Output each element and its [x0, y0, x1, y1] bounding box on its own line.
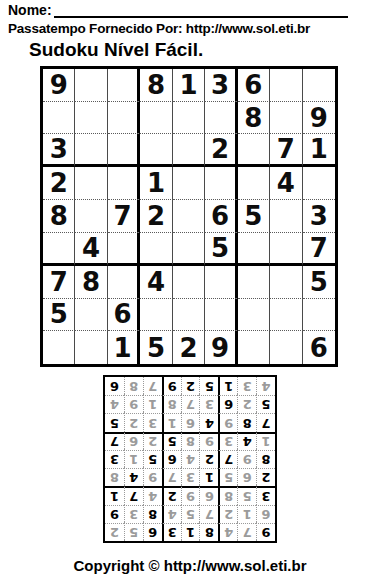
copyright-text: Copyright © http://www.sol.eti.br — [0, 557, 380, 574]
solution-cell-r3c6: 2 — [162, 486, 181, 504]
puzzle-cell-r4c4: 1 — [140, 167, 172, 200]
solution-cell-r5c6: 6 — [162, 450, 181, 468]
solution-cell-r2c3: 2 — [218, 505, 237, 523]
name-line: Nome: — [8, 2, 348, 18]
puzzle-cell-r7c4: 4 — [140, 266, 172, 299]
puzzle-cell-r9c9: 6 — [303, 331, 335, 364]
solution-cell-r9c9: 6 — [105, 377, 124, 395]
puzzle-cell-r4c6 — [205, 167, 237, 200]
puzzle-cell-r1c6: 3 — [205, 69, 237, 102]
solution-cell-r3c3: 8 — [218, 486, 237, 504]
puzzle-cell-r5c4: 2 — [140, 200, 172, 233]
solution-cell-r5c3: 7 — [218, 450, 237, 468]
puzzle-cell-r4c2 — [75, 167, 107, 200]
solution-cell-r4c8: 4 — [124, 468, 143, 486]
puzzle-cell-r3c1: 3 — [43, 134, 75, 167]
solution-cell-r9c4: 5 — [199, 377, 218, 395]
solution-cell-r9c3: 1 — [218, 377, 237, 395]
puzzle-cell-r3c5 — [173, 134, 205, 167]
solution-cell-r6c5: 8 — [181, 432, 200, 450]
solution-cell-r1c1: 9 — [256, 523, 275, 541]
solution-cell-r8c7: 1 — [143, 395, 162, 413]
puzzle-cell-r4c8: 4 — [270, 167, 302, 200]
solution-cell-r9c7: 7 — [143, 377, 162, 395]
solution-cell-r1c9: 2 — [105, 523, 124, 541]
solution-cell-r7c5: 6 — [181, 413, 200, 431]
puzzle-cell-r2c7: 8 — [238, 102, 270, 135]
puzzle-cell-r6c4 — [140, 233, 172, 266]
solution-cell-r5c8: 1 — [124, 450, 143, 468]
puzzle-cell-r1c5: 1 — [173, 69, 205, 102]
solution-cell-r4c1: 2 — [256, 468, 275, 486]
puzzle-cell-r3c4 — [140, 134, 172, 167]
solution-cell-r9c8: 8 — [124, 377, 143, 395]
solution-cell-r7c8: 2 — [124, 413, 143, 431]
puzzle-cell-r1c2 — [75, 69, 107, 102]
puzzle-cell-r9c5: 2 — [173, 331, 205, 364]
puzzle-cell-r6c6: 5 — [205, 233, 237, 266]
puzzle-cell-r8c8 — [270, 299, 302, 332]
solution-cell-r8c4: 3 — [199, 395, 218, 413]
puzzle-cell-r1c9 — [303, 69, 335, 102]
solution-cell-r5c9: 3 — [105, 450, 124, 468]
solution-cell-r3c2: 5 — [237, 486, 256, 504]
puzzle-cell-r5c1: 8 — [43, 200, 75, 233]
solution-cell-r8c5: 7 — [181, 395, 200, 413]
name-blank-line — [54, 3, 348, 18]
puzzle-cell-r9c8 — [270, 331, 302, 364]
puzzle-cell-r2c4 — [140, 102, 172, 135]
solution-cell-r4c2: 6 — [237, 468, 256, 486]
puzzle-cell-r2c3 — [108, 102, 140, 135]
solution-cell-r4c9: 8 — [105, 468, 124, 486]
puzzle-cell-r3c6: 2 — [205, 134, 237, 167]
puzzle-cell-r6c2: 4 — [75, 233, 107, 266]
puzzle-cell-r2c8 — [270, 102, 302, 135]
solution-cell-r5c1: 8 — [256, 450, 275, 468]
puzzle-cell-r1c8 — [270, 69, 302, 102]
puzzle-cell-r9c4: 5 — [140, 331, 172, 364]
puzzle-cell-r8c6 — [205, 299, 237, 332]
solution-cell-r1c5: 1 — [181, 523, 200, 541]
puzzle-cell-r3c3 — [108, 134, 140, 167]
puzzle-cell-r5c6: 6 — [205, 200, 237, 233]
puzzle-cell-r9c3: 1 — [108, 331, 140, 364]
puzzle-cell-r4c5 — [173, 167, 205, 200]
solution-cell-r6c8: 6 — [124, 432, 143, 450]
puzzle-cell-r6c5 — [173, 233, 205, 266]
puzzle-cell-r8c7 — [238, 299, 270, 332]
puzzle-cell-r2c5 — [173, 102, 205, 135]
puzzle-cell-r4c9 — [303, 167, 335, 200]
puzzle-cell-r3c8: 7 — [270, 134, 302, 167]
puzzle-cell-r2c9: 9 — [303, 102, 335, 135]
puzzle-cell-r6c7 — [238, 233, 270, 266]
puzzle-cell-r7c8 — [270, 266, 302, 299]
solution-cell-r3c5: 9 — [181, 486, 200, 504]
solution-cell-r6c1: 1 — [256, 432, 275, 450]
solution-cell-r1c4: 8 — [199, 523, 218, 541]
puzzle-cell-r2c6 — [205, 102, 237, 135]
solution-cell-r8c1: 5 — [256, 395, 275, 413]
puzzle-cell-r3c9: 1 — [303, 134, 335, 167]
puzzle-cell-r4c3 — [108, 167, 140, 200]
puzzle-cell-r4c7 — [238, 167, 270, 200]
solution-cell-r6c7: 2 — [143, 432, 162, 450]
solution-cell-r8c6: 8 — [162, 395, 181, 413]
solution-cell-r8c9: 4 — [105, 395, 124, 413]
solution-cell-r3c7: 4 — [143, 486, 162, 504]
puzzle-cell-r7c2: 8 — [75, 266, 107, 299]
puzzle-cell-r6c3 — [108, 233, 140, 266]
puzzle-cell-r3c2 — [75, 134, 107, 167]
puzzle-cell-r1c3 — [108, 69, 140, 102]
provided-by-text: Passatempo Fornecido Por: http://www.sol… — [8, 21, 380, 36]
solution-cell-r2c7: 8 — [143, 505, 162, 523]
solution-cell-r7c4: 4 — [199, 413, 218, 431]
solution-cell-r2c9: 9 — [105, 505, 124, 523]
solution-cell-r2c6: 4 — [162, 505, 181, 523]
solution-cell-r5c5: 4 — [181, 450, 200, 468]
puzzle-cell-r8c5 — [173, 299, 205, 332]
solution-cell-r6c3: 3 — [218, 432, 237, 450]
solution-cell-r6c6: 5 — [162, 432, 181, 450]
puzzle-cell-r7c9: 5 — [303, 266, 335, 299]
puzzle-cell-r4c1: 2 — [43, 167, 75, 200]
puzzle-cell-r5c7: 5 — [238, 200, 270, 233]
solution-cell-r8c3: 6 — [218, 395, 237, 413]
solution-cell-r8c2: 2 — [237, 395, 256, 413]
puzzle-cell-r8c4 — [140, 299, 172, 332]
puzzle-cell-r2c1 — [43, 102, 75, 135]
name-label: Nome: — [8, 2, 52, 18]
puzzle-cell-r9c6: 9 — [205, 331, 237, 364]
solution-cell-r6c9: 7 — [105, 432, 124, 450]
puzzle-cell-r7c7 — [238, 266, 270, 299]
page-title: Sudoku Nível Fácil. — [29, 39, 203, 61]
solution-cell-r1c3: 4 — [218, 523, 237, 541]
puzzle-cell-r7c3 — [108, 266, 140, 299]
solution-cell-r5c7: 5 — [143, 450, 162, 468]
solution-cell-r7c6: 1 — [162, 413, 181, 431]
solution-cell-r2c5: 5 — [181, 505, 200, 523]
puzzle-cell-r6c9: 7 — [303, 233, 335, 266]
puzzle-cell-r6c8 — [270, 233, 302, 266]
solution-cell-r8c8: 9 — [124, 395, 143, 413]
solution-cell-r5c4: 2 — [199, 450, 218, 468]
puzzle-cell-r2c2 — [75, 102, 107, 135]
puzzle-cell-r7c6 — [205, 266, 237, 299]
solution-cell-r1c2: 7 — [237, 523, 256, 541]
solution-cell-r9c1: 4 — [256, 377, 275, 395]
solution-cell-r7c3: 9 — [218, 413, 237, 431]
puzzle-cell-r6c1 — [43, 233, 75, 266]
solution-cell-r2c8: 3 — [124, 505, 143, 523]
puzzle-cell-r5c2 — [75, 200, 107, 233]
puzzle-cell-r8c9 — [303, 299, 335, 332]
solution-cell-r4c6: 7 — [162, 468, 181, 486]
puzzle-cell-r9c2 — [75, 331, 107, 364]
puzzle-cell-r8c3: 6 — [108, 299, 140, 332]
puzzle-cell-r8c2 — [75, 299, 107, 332]
puzzle-cell-r7c1: 7 — [43, 266, 75, 299]
solution-cell-r3c8: 7 — [124, 486, 143, 504]
puzzle-cell-r5c8 — [270, 200, 302, 233]
solution-cell-r2c2: 1 — [237, 505, 256, 523]
solution-cell-r3c4: 6 — [199, 486, 218, 504]
solution-cell-r9c5: 2 — [181, 377, 200, 395]
solution-cell-r3c1: 3 — [256, 486, 275, 504]
puzzle-cell-r1c7: 6 — [238, 69, 270, 102]
solution-cell-r2c1: 6 — [256, 505, 275, 523]
solution-cell-r4c3: 5 — [218, 468, 237, 486]
sudoku-puzzle-grid: 9813689327121487265345778455615296 — [40, 66, 338, 367]
solution-cell-r4c7: 9 — [143, 468, 162, 486]
solution-cell-r2c4: 7 — [199, 505, 218, 523]
solution-cell-r4c5: 3 — [181, 468, 200, 486]
puzzle-cell-r1c1: 9 — [43, 69, 75, 102]
solution-cell-r4c4: 1 — [199, 468, 218, 486]
puzzle-cell-r5c5 — [173, 200, 205, 233]
solution-cell-r1c7: 6 — [143, 523, 162, 541]
solution-cell-r5c2: 9 — [237, 450, 256, 468]
solution-cell-r7c1: 7 — [256, 413, 275, 431]
solution-cell-r6c2: 4 — [237, 432, 256, 450]
solution-cell-r6c4: 9 — [199, 432, 218, 450]
solution-cell-r3c9: 1 — [105, 486, 124, 504]
solution-cell-r9c2: 3 — [237, 377, 256, 395]
puzzle-cell-r1c4: 8 — [140, 69, 172, 102]
puzzle-cell-r5c3: 7 — [108, 200, 140, 233]
puzzle-cell-r5c9: 3 — [303, 200, 335, 233]
sudoku-worksheet-page: Nome: Passatempo Fornecido Por: http://w… — [0, 0, 380, 585]
puzzle-cell-r9c1 — [43, 331, 75, 364]
puzzle-cell-r7c5 — [173, 266, 205, 299]
solution-cell-r1c6: 3 — [162, 523, 181, 541]
puzzle-cell-r8c1: 5 — [43, 299, 75, 332]
puzzle-cell-r9c7 — [238, 331, 270, 364]
puzzle-cell-r3c7 — [238, 134, 270, 167]
solution-cell-r1c8: 5 — [124, 523, 143, 541]
solution-cell-r7c9: 5 — [105, 413, 124, 431]
solution-cell-r7c2: 8 — [237, 413, 256, 431]
sudoku-solution-grid-rotated: 9748136526127548393586924712651379488972… — [103, 375, 277, 543]
solution-cell-r9c6: 9 — [162, 377, 181, 395]
solution-cell-r7c7: 3 — [143, 413, 162, 431]
